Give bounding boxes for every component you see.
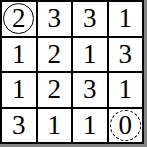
cell-value: 1 [83, 112, 97, 139]
grid-cell-r3c2[interactable]: 1 [73, 109, 107, 143]
cell-value: 2 [48, 76, 62, 103]
cell-value: 2 [48, 41, 62, 68]
grid-cell-r0c0[interactable]: 2 [2, 2, 36, 36]
grid-cell-r0c3[interactable]: 1 [109, 2, 143, 36]
cell-value: 1 [83, 41, 97, 68]
grid-cell-r2c3[interactable]: 1 [109, 73, 143, 107]
cell-value: 1 [119, 76, 133, 103]
cell-value: 1 [119, 5, 133, 32]
grid-cell-r3c1[interactable]: 1 [38, 109, 72, 143]
cell-value: 1 [12, 76, 26, 103]
cell-value: 3 [119, 41, 133, 68]
grid-cell-r1c1[interactable]: 2 [38, 38, 72, 72]
grid-cell-r1c2[interactable]: 1 [73, 38, 107, 72]
puzzle-board: 2331121312313110 [0, 0, 144, 144]
grid-cell-r0c2[interactable]: 3 [73, 2, 107, 36]
cell-value: 1 [12, 41, 26, 68]
cell-value: 3 [48, 5, 62, 32]
cell-value: 3 [83, 76, 97, 103]
grid-cell-r1c0[interactable]: 1 [2, 38, 36, 72]
grid-cell-r0c1[interactable]: 3 [38, 2, 72, 36]
cell-value: 3 [83, 5, 97, 32]
grid-cell-r2c0[interactable]: 1 [2, 73, 36, 107]
grid-cell-r3c0[interactable]: 3 [2, 109, 36, 143]
grid-cell-r2c1[interactable]: 2 [38, 73, 72, 107]
goal-cell-dashed-circle: 0 [110, 110, 141, 141]
cell-value: 1 [48, 112, 62, 139]
grid-cell-r3c3[interactable]: 0 [109, 109, 143, 143]
grid-cell-r2c2[interactable]: 3 [73, 73, 107, 107]
start-cell-solid-circle: 2 [3, 3, 34, 34]
grid-cell-r1c3[interactable]: 3 [109, 38, 143, 72]
cell-value: 3 [12, 112, 26, 139]
